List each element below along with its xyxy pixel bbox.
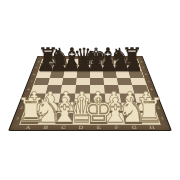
piece-white-rook[interactable]: ♜ (134, 94, 164, 128)
rank-label-5: 5 (144, 78, 154, 85)
chess-board-photo: ABCDEFGH 87654321 87654321 ♜♞♝♛♚♝♞♜♟♟♟♟♟… (0, 0, 180, 180)
square-b5[interactable] (48, 78, 63, 85)
square-e5[interactable] (90, 78, 104, 85)
piece-black-pawn[interactable]: ♟ (124, 53, 143, 74)
pieces-layer: ♜♞♝♛♚♝♞♜♟♟♟♟♟♟♟♟♟♟♟♟♟♟♟♟♜♞♝♛♚♝♞♜ (0, 0, 180, 180)
square-c5[interactable] (62, 78, 77, 85)
square-f5[interactable] (103, 78, 118, 85)
square-d5[interactable] (76, 78, 90, 85)
